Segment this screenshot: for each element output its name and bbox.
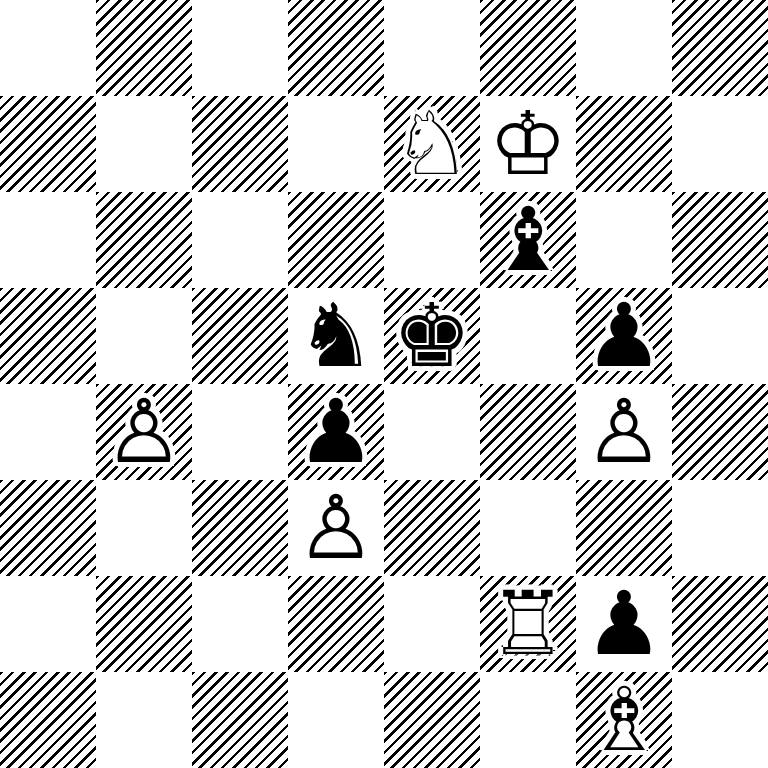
square-e1[interactable] xyxy=(384,672,480,768)
square-f3[interactable] xyxy=(480,480,576,576)
square-c1[interactable] xyxy=(192,672,288,768)
square-g8[interactable] xyxy=(576,0,672,96)
pawn-icon: ♟ xyxy=(576,576,672,672)
square-g4[interactable]: ♟♙ xyxy=(576,384,672,480)
square-g3[interactable] xyxy=(576,480,672,576)
square-h5[interactable] xyxy=(672,288,768,384)
square-f7[interactable]: ♚♔ xyxy=(480,96,576,192)
square-e5[interactable]: ♚♚ xyxy=(384,288,480,384)
square-e2[interactable] xyxy=(384,576,480,672)
square-a1[interactable] xyxy=(0,672,96,768)
square-h1[interactable] xyxy=(672,672,768,768)
square-e7[interactable]: ♞♘ xyxy=(384,96,480,192)
square-f2[interactable]: ♜♖ xyxy=(480,576,576,672)
square-d4[interactable]: ♟♟ xyxy=(288,384,384,480)
pawn-icon: ♙ xyxy=(576,384,672,480)
square-a3[interactable] xyxy=(0,480,96,576)
square-b4[interactable]: ♟♙ xyxy=(96,384,192,480)
square-c4[interactable] xyxy=(192,384,288,480)
square-a4[interactable] xyxy=(0,384,96,480)
piece-black-pawn-d4: ♟♟ xyxy=(288,384,384,480)
king-icon: ♔ xyxy=(480,96,576,192)
square-g7[interactable] xyxy=(576,96,672,192)
square-b8[interactable] xyxy=(96,0,192,96)
square-g2[interactable]: ♟♟ xyxy=(576,576,672,672)
square-f1[interactable] xyxy=(480,672,576,768)
square-c2[interactable] xyxy=(192,576,288,672)
piece-white-pawn-b4: ♟♙ xyxy=(96,384,192,480)
square-b7[interactable] xyxy=(96,96,192,192)
square-f4[interactable] xyxy=(480,384,576,480)
square-a5[interactable] xyxy=(0,288,96,384)
square-g5[interactable]: ♟♟ xyxy=(576,288,672,384)
square-d3[interactable]: ♟♙ xyxy=(288,480,384,576)
pawn-icon: ♟ xyxy=(288,384,384,480)
square-g1[interactable]: ♝♗ xyxy=(576,672,672,768)
square-f6[interactable]: ♝♝ xyxy=(480,192,576,288)
piece-black-king-e5: ♚♚ xyxy=(384,288,480,384)
piece-white-bishop-g1: ♝♗ xyxy=(576,672,672,768)
square-d2[interactable] xyxy=(288,576,384,672)
square-c8[interactable] xyxy=(192,0,288,96)
square-b3[interactable] xyxy=(96,480,192,576)
king-icon: ♚ xyxy=(384,288,480,384)
pawn-icon: ♟ xyxy=(576,288,672,384)
square-f8[interactable] xyxy=(480,0,576,96)
square-c3[interactable] xyxy=(192,480,288,576)
square-d5[interactable]: ♞♞ xyxy=(288,288,384,384)
rook-icon: ♖ xyxy=(480,576,576,672)
square-h6[interactable] xyxy=(672,192,768,288)
square-f5[interactable] xyxy=(480,288,576,384)
piece-black-pawn-g5: ♟♟ xyxy=(576,288,672,384)
square-b5[interactable] xyxy=(96,288,192,384)
square-b2[interactable] xyxy=(96,576,192,672)
square-e3[interactable] xyxy=(384,480,480,576)
piece-black-bishop-f6: ♝♝ xyxy=(480,192,576,288)
square-a8[interactable] xyxy=(0,0,96,96)
square-d6[interactable] xyxy=(288,192,384,288)
piece-white-king-f7: ♚♔ xyxy=(480,96,576,192)
square-b1[interactable] xyxy=(96,672,192,768)
piece-white-knight-e7: ♞♘ xyxy=(384,96,480,192)
square-h2[interactable] xyxy=(672,576,768,672)
square-c7[interactable] xyxy=(192,96,288,192)
square-h4[interactable] xyxy=(672,384,768,480)
piece-white-rook-f2: ♜♖ xyxy=(480,576,576,672)
chess-board: ♞♘♚♔♝♝♞♞♚♚♟♟♟♙♟♟♟♙♟♙♜♖♟♟♝♗ xyxy=(0,0,768,768)
square-h7[interactable] xyxy=(672,96,768,192)
pawn-icon: ♙ xyxy=(288,480,384,576)
square-h8[interactable] xyxy=(672,0,768,96)
piece-black-knight-d5: ♞♞ xyxy=(288,288,384,384)
bishop-icon: ♝ xyxy=(480,192,576,288)
square-b6[interactable] xyxy=(96,192,192,288)
square-c5[interactable] xyxy=(192,288,288,384)
square-a6[interactable] xyxy=(0,192,96,288)
square-e6[interactable] xyxy=(384,192,480,288)
piece-black-pawn-g2: ♟♟ xyxy=(576,576,672,672)
knight-icon: ♘ xyxy=(384,96,480,192)
square-e8[interactable] xyxy=(384,0,480,96)
square-a7[interactable] xyxy=(0,96,96,192)
square-d7[interactable] xyxy=(288,96,384,192)
square-h3[interactable] xyxy=(672,480,768,576)
square-d1[interactable] xyxy=(288,672,384,768)
square-e4[interactable] xyxy=(384,384,480,480)
square-d8[interactable] xyxy=(288,0,384,96)
piece-white-pawn-g4: ♟♙ xyxy=(576,384,672,480)
square-g6[interactable] xyxy=(576,192,672,288)
pawn-icon: ♙ xyxy=(96,384,192,480)
bishop-icon: ♗ xyxy=(576,672,672,768)
piece-white-pawn-d3: ♟♙ xyxy=(288,480,384,576)
square-c6[interactable] xyxy=(192,192,288,288)
square-a2[interactable] xyxy=(0,576,96,672)
knight-icon: ♞ xyxy=(288,288,384,384)
